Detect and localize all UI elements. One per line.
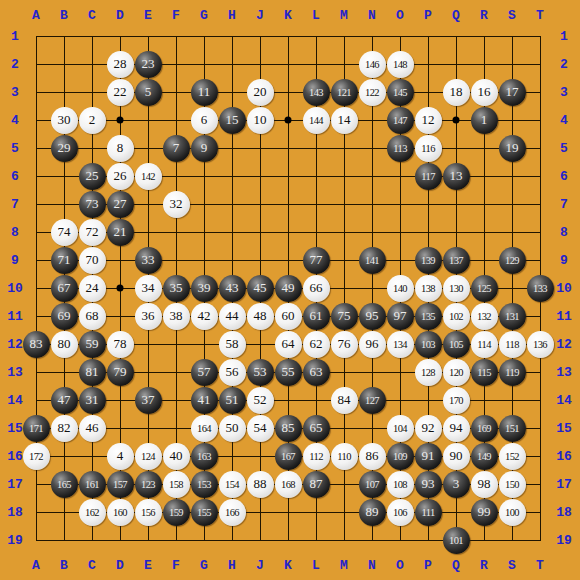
- black-stone-119-S13[interactable]: 119: [499, 359, 526, 386]
- black-stone-171-A15[interactable]: 171: [23, 415, 50, 442]
- black-stone-169-R15[interactable]: 169: [471, 415, 498, 442]
- col-label-top-H: H: [221, 8, 243, 22]
- white-stone-82-B15[interactable]: 82: [51, 415, 78, 442]
- col-label-bottom-O: O: [389, 558, 411, 572]
- white-stone-30-B4[interactable]: 30: [51, 107, 78, 134]
- white-stone-50-H15[interactable]: 50: [219, 415, 246, 442]
- black-stone-21-D8[interactable]: 21: [107, 219, 134, 246]
- col-label-bottom-Q: Q: [445, 558, 467, 572]
- white-stone-46-C15[interactable]: 46: [79, 415, 106, 442]
- black-stone-49-K10[interactable]: 49: [275, 275, 302, 302]
- white-stone-124-E16[interactable]: 124: [135, 443, 162, 470]
- white-stone-138-P10[interactable]: 138: [415, 275, 442, 302]
- white-stone-150-S17[interactable]: 150: [499, 471, 526, 498]
- black-stone-111-P18[interactable]: 111: [415, 499, 442, 526]
- black-stone-77-L9[interactable]: 77: [303, 247, 330, 274]
- black-stone-81-C13[interactable]: 81: [79, 359, 106, 386]
- black-stone-149-R16[interactable]: 149: [471, 443, 498, 470]
- black-stone-69-B11[interactable]: 69: [51, 303, 78, 330]
- col-label-top-D: D: [109, 8, 131, 22]
- white-stone-118-S12[interactable]: 118: [499, 331, 526, 358]
- col-label-bottom-G: G: [193, 558, 215, 572]
- white-stone-70-C9[interactable]: 70: [79, 247, 106, 274]
- white-stone-20-J3[interactable]: 20: [247, 79, 274, 106]
- row-label-right-10: 10: [553, 281, 575, 295]
- black-stone-145-O3[interactable]: 145: [387, 79, 414, 106]
- col-label-top-Q: Q: [445, 8, 467, 22]
- col-label-top-G: G: [193, 8, 215, 22]
- black-stone-17-S3[interactable]: 17: [499, 79, 526, 106]
- black-stone-115-R13[interactable]: 115: [471, 359, 498, 386]
- black-stone-167-K16[interactable]: 167: [275, 443, 302, 470]
- row-label-right-18: 18: [553, 505, 575, 519]
- col-label-top-R: R: [473, 8, 495, 22]
- row-label-right-16: 16: [553, 449, 575, 463]
- black-stone-97-O11[interactable]: 97: [387, 303, 414, 330]
- white-stone-80-B12[interactable]: 80: [51, 331, 78, 358]
- white-stone-136-T12[interactable]: 136: [527, 331, 554, 358]
- black-stone-35-F10[interactable]: 35: [163, 275, 190, 302]
- black-stone-155-G18[interactable]: 155: [191, 499, 218, 526]
- white-stone-14-M4[interactable]: 14: [331, 107, 358, 134]
- col-label-top-T: T: [529, 8, 551, 22]
- white-stone-92-P15[interactable]: 92: [415, 415, 442, 442]
- black-stone-25-C6[interactable]: 25: [79, 163, 106, 190]
- white-stone-100-S18[interactable]: 100: [499, 499, 526, 526]
- white-stone-62-L12[interactable]: 62: [303, 331, 330, 358]
- white-stone-10-J4[interactable]: 10: [247, 107, 274, 134]
- white-stone-8-D5[interactable]: 8: [107, 135, 134, 162]
- black-stone-3-Q17[interactable]: 3: [443, 471, 470, 498]
- col-label-top-B: B: [53, 8, 75, 22]
- white-stone-74-B8[interactable]: 74: [51, 219, 78, 246]
- row-label-right-1: 1: [553, 29, 575, 43]
- white-stone-104-O15[interactable]: 104: [387, 415, 414, 442]
- white-stone-52-J14[interactable]: 52: [247, 387, 274, 414]
- black-stone-9-G5[interactable]: 9: [191, 135, 218, 162]
- col-label-bottom-K: K: [277, 558, 299, 572]
- white-stone-6-G4[interactable]: 6: [191, 107, 218, 134]
- black-stone-73-C7[interactable]: 73: [79, 191, 106, 218]
- white-stone-86-N16[interactable]: 86: [359, 443, 386, 470]
- white-stone-98-R17[interactable]: 98: [471, 471, 498, 498]
- col-label-top-P: P: [417, 8, 439, 22]
- col-label-bottom-P: P: [417, 558, 439, 572]
- black-stone-141-N9[interactable]: 141: [359, 247, 386, 274]
- col-label-bottom-B: B: [53, 558, 75, 572]
- white-stone-132-R11[interactable]: 132: [471, 303, 498, 330]
- col-label-top-L: L: [305, 8, 327, 22]
- black-stone-151-S15[interactable]: 151: [499, 415, 526, 442]
- black-stone-99-R18[interactable]: 99: [471, 499, 498, 526]
- black-stone-147-O4[interactable]: 147: [387, 107, 414, 134]
- col-label-bottom-H: H: [221, 558, 243, 572]
- col-label-top-O: O: [389, 8, 411, 22]
- white-stone-16-R3[interactable]: 16: [471, 79, 498, 106]
- white-stone-34-E10[interactable]: 34: [135, 275, 162, 302]
- black-stone-163-G16[interactable]: 163: [191, 443, 218, 470]
- white-stone-38-F11[interactable]: 38: [163, 303, 190, 330]
- black-stone-57-G13[interactable]: 57: [191, 359, 218, 386]
- black-stone-1-R4[interactable]: 1: [471, 107, 498, 134]
- row-label-right-3: 3: [553, 85, 575, 99]
- white-stone-24-C10[interactable]: 24: [79, 275, 106, 302]
- black-stone-37-E14[interactable]: 37: [135, 387, 162, 414]
- black-stone-121-M3[interactable]: 121: [331, 79, 358, 106]
- row-label-right-17: 17: [553, 477, 575, 491]
- black-stone-63-L13[interactable]: 63: [303, 359, 330, 386]
- black-stone-131-S11[interactable]: 131: [499, 303, 526, 330]
- row-label-right-11: 11: [553, 309, 575, 323]
- white-stone-64-K12[interactable]: 64: [275, 331, 302, 358]
- black-stone-15-H4[interactable]: 15: [219, 107, 246, 134]
- black-stone-101-Q19[interactable]: 101: [443, 527, 470, 554]
- black-stone-109-O16[interactable]: 109: [387, 443, 414, 470]
- white-stone-78-D12[interactable]: 78: [107, 331, 134, 358]
- row-label-right-2: 2: [553, 57, 575, 71]
- goban-stone-grid: 1234567891011121314151617181920212223242…: [22, 22, 554, 554]
- white-stone-44-H11[interactable]: 44: [219, 303, 246, 330]
- white-stone-72-C8[interactable]: 72: [79, 219, 106, 246]
- white-stone-28-D2[interactable]: 28: [107, 51, 134, 78]
- black-stone-45-J10[interactable]: 45: [247, 275, 274, 302]
- white-stone-166-H18[interactable]: 166: [219, 499, 246, 526]
- white-stone-170-Q14[interactable]: 170: [443, 387, 470, 414]
- white-stone-112-L16[interactable]: 112: [303, 443, 330, 470]
- black-stone-41-G14[interactable]: 41: [191, 387, 218, 414]
- black-stone-117-P6[interactable]: 117: [415, 163, 442, 190]
- white-stone-84-M14[interactable]: 84: [331, 387, 358, 414]
- row-label-right-8: 8: [553, 225, 575, 239]
- col-label-bottom-J: J: [249, 558, 271, 572]
- col-label-bottom-A: A: [25, 558, 47, 572]
- col-label-top-C: C: [81, 8, 103, 22]
- black-stone-79-D13[interactable]: 79: [107, 359, 134, 386]
- col-label-bottom-N: N: [361, 558, 383, 572]
- col-label-bottom-T: T: [529, 558, 551, 572]
- black-stone-107-N17[interactable]: 107: [359, 471, 386, 498]
- row-label-right-9: 9: [553, 253, 575, 267]
- white-stone-54-J15[interactable]: 54: [247, 415, 274, 442]
- white-stone-42-G11[interactable]: 42: [191, 303, 218, 330]
- black-stone-125-R10[interactable]: 125: [471, 275, 498, 302]
- white-stone-36-E11[interactable]: 36: [135, 303, 162, 330]
- white-stone-18-Q3[interactable]: 18: [443, 79, 470, 106]
- black-stone-27-D7[interactable]: 27: [107, 191, 134, 218]
- black-stone-123-E17[interactable]: 123: [135, 471, 162, 498]
- white-stone-140-O10[interactable]: 140: [387, 275, 414, 302]
- white-stone-152-S16[interactable]: 152: [499, 443, 526, 470]
- col-label-top-A: A: [25, 8, 47, 22]
- col-label-bottom-C: C: [81, 558, 103, 572]
- row-label-right-13: 13: [553, 365, 575, 379]
- white-stone-134-O12[interactable]: 134: [387, 331, 414, 358]
- white-stone-158-F17[interactable]: 158: [163, 471, 190, 498]
- black-stone-5-E3[interactable]: 5: [135, 79, 162, 106]
- col-label-bottom-M: M: [333, 558, 355, 572]
- white-stone-48-J11[interactable]: 48: [247, 303, 274, 330]
- white-stone-40-F16[interactable]: 40: [163, 443, 190, 470]
- black-stone-159-F18[interactable]: 159: [163, 499, 190, 526]
- row-label-right-14: 14: [553, 393, 575, 407]
- row-label-right-5: 5: [553, 141, 575, 155]
- black-stone-61-L11[interactable]: 61: [303, 303, 330, 330]
- white-stone-154-H17[interactable]: 154: [219, 471, 246, 498]
- row-label-right-15: 15: [553, 421, 575, 435]
- black-stone-91-P16[interactable]: 91: [415, 443, 442, 470]
- black-stone-87-L17[interactable]: 87: [303, 471, 330, 498]
- black-stone-105-Q12[interactable]: 105: [443, 331, 470, 358]
- row-label-right-12: 12: [553, 337, 575, 351]
- white-stone-96-N12[interactable]: 96: [359, 331, 386, 358]
- black-stone-39-G10[interactable]: 39: [191, 275, 218, 302]
- col-label-top-J: J: [249, 8, 271, 22]
- black-stone-19-S5[interactable]: 19: [499, 135, 526, 162]
- black-stone-133-T10[interactable]: 133: [527, 275, 554, 302]
- white-stone-22-D3[interactable]: 22: [107, 79, 134, 106]
- black-stone-157-D17[interactable]: 157: [107, 471, 134, 498]
- black-stone-135-P11[interactable]: 135: [415, 303, 442, 330]
- black-stone-75-M11[interactable]: 75: [331, 303, 358, 330]
- white-stone-94-Q15[interactable]: 94: [443, 415, 470, 442]
- white-stone-172-A16[interactable]: 172: [23, 443, 50, 470]
- white-stone-102-Q11[interactable]: 102: [443, 303, 470, 330]
- row-label-right-7: 7: [553, 197, 575, 211]
- white-stone-56-H13[interactable]: 56: [219, 359, 246, 386]
- col-label-bottom-S: S: [501, 558, 523, 572]
- black-stone-113-O5[interactable]: 113: [387, 135, 414, 162]
- white-stone-130-Q10[interactable]: 130: [443, 275, 470, 302]
- black-stone-143-L3[interactable]: 143: [303, 79, 330, 106]
- col-label-top-S: S: [501, 8, 523, 22]
- white-stone-66-L10[interactable]: 66: [303, 275, 330, 302]
- white-stone-128-P13[interactable]: 128: [415, 359, 442, 386]
- white-stone-32-F7[interactable]: 32: [163, 191, 190, 218]
- black-stone-95-N11[interactable]: 95: [359, 303, 386, 330]
- white-stone-164-G15[interactable]: 164: [191, 415, 218, 442]
- black-stone-67-B10[interactable]: 67: [51, 275, 78, 302]
- white-stone-106-O18[interactable]: 106: [387, 499, 414, 526]
- black-stone-71-B9[interactable]: 71: [51, 247, 78, 274]
- col-label-bottom-E: E: [137, 558, 159, 572]
- white-stone-68-C11[interactable]: 68: [79, 303, 106, 330]
- black-stone-161-C17[interactable]: 161: [79, 471, 106, 498]
- white-stone-168-K17[interactable]: 168: [275, 471, 302, 498]
- white-stone-160-D18[interactable]: 160: [107, 499, 134, 526]
- go-board-diagram: 1234567891011121314151617181920212223242…: [0, 0, 580, 580]
- white-stone-2-C4[interactable]: 2: [79, 107, 106, 134]
- white-stone-144-L4[interactable]: 144: [303, 107, 330, 134]
- white-stone-120-Q13[interactable]: 120: [443, 359, 470, 386]
- black-stone-165-B17[interactable]: 165: [51, 471, 78, 498]
- black-stone-137-Q9[interactable]: 137: [443, 247, 470, 274]
- white-stone-146-N2[interactable]: 146: [359, 51, 386, 78]
- black-stone-139-P9[interactable]: 139: [415, 247, 442, 274]
- white-stone-142-E6[interactable]: 142: [135, 163, 162, 190]
- white-stone-88-J17[interactable]: 88: [247, 471, 274, 498]
- black-stone-93-P17[interactable]: 93: [415, 471, 442, 498]
- white-stone-90-Q16[interactable]: 90: [443, 443, 470, 470]
- col-label-bottom-D: D: [109, 558, 131, 572]
- black-stone-153-G17[interactable]: 153: [191, 471, 218, 498]
- col-label-bottom-L: L: [305, 558, 327, 572]
- black-stone-103-P12[interactable]: 103: [415, 331, 442, 358]
- white-stone-4-D16[interactable]: 4: [107, 443, 134, 470]
- col-label-top-N: N: [361, 8, 383, 22]
- black-stone-43-H10[interactable]: 43: [219, 275, 246, 302]
- black-stone-29-B5[interactable]: 29: [51, 135, 78, 162]
- white-stone-76-M12[interactable]: 76: [331, 331, 358, 358]
- white-stone-110-M16[interactable]: 110: [331, 443, 358, 470]
- black-stone-11-G3[interactable]: 11: [191, 79, 218, 106]
- black-stone-59-C12[interactable]: 59: [79, 331, 106, 358]
- white-stone-108-O17[interactable]: 108: [387, 471, 414, 498]
- col-label-top-F: F: [165, 8, 187, 22]
- white-stone-148-O2[interactable]: 148: [387, 51, 414, 78]
- row-label-right-6: 6: [553, 169, 575, 183]
- black-stone-33-E9[interactable]: 33: [135, 247, 162, 274]
- black-stone-31-C14[interactable]: 31: [79, 387, 106, 414]
- white-stone-58-H12[interactable]: 58: [219, 331, 246, 358]
- white-stone-122-N3[interactable]: 122: [359, 79, 386, 106]
- white-stone-156-E18[interactable]: 156: [135, 499, 162, 526]
- black-stone-83-A12[interactable]: 83: [23, 331, 50, 358]
- col-label-top-M: M: [333, 8, 355, 22]
- white-stone-60-K11[interactable]: 60: [275, 303, 302, 330]
- black-stone-127-N14[interactable]: 127: [359, 387, 386, 414]
- black-stone-129-S9[interactable]: 129: [499, 247, 526, 274]
- white-stone-12-P4[interactable]: 12: [415, 107, 442, 134]
- black-stone-13-Q6[interactable]: 13: [443, 163, 470, 190]
- black-stone-53-J13[interactable]: 53: [247, 359, 274, 386]
- black-stone-23-E2[interactable]: 23: [135, 51, 162, 78]
- black-stone-89-N18[interactable]: 89: [359, 499, 386, 526]
- black-stone-7-F5[interactable]: 7: [163, 135, 190, 162]
- white-stone-114-R12[interactable]: 114: [471, 331, 498, 358]
- row-label-right-19: 19: [553, 533, 575, 547]
- black-stone-65-L15[interactable]: 65: [303, 415, 330, 442]
- white-stone-116-P5[interactable]: 116: [415, 135, 442, 162]
- col-label-bottom-F: F: [165, 558, 187, 572]
- col-label-top-E: E: [137, 8, 159, 22]
- row-label-right-4: 4: [553, 113, 575, 127]
- white-stone-162-C18[interactable]: 162: [79, 499, 106, 526]
- white-stone-26-D6[interactable]: 26: [107, 163, 134, 190]
- black-stone-55-K13[interactable]: 55: [275, 359, 302, 386]
- black-stone-47-B14[interactable]: 47: [51, 387, 78, 414]
- black-stone-51-H14[interactable]: 51: [219, 387, 246, 414]
- col-label-bottom-R: R: [473, 558, 495, 572]
- col-label-top-K: K: [277, 8, 299, 22]
- black-stone-85-K15[interactable]: 85: [275, 415, 302, 442]
